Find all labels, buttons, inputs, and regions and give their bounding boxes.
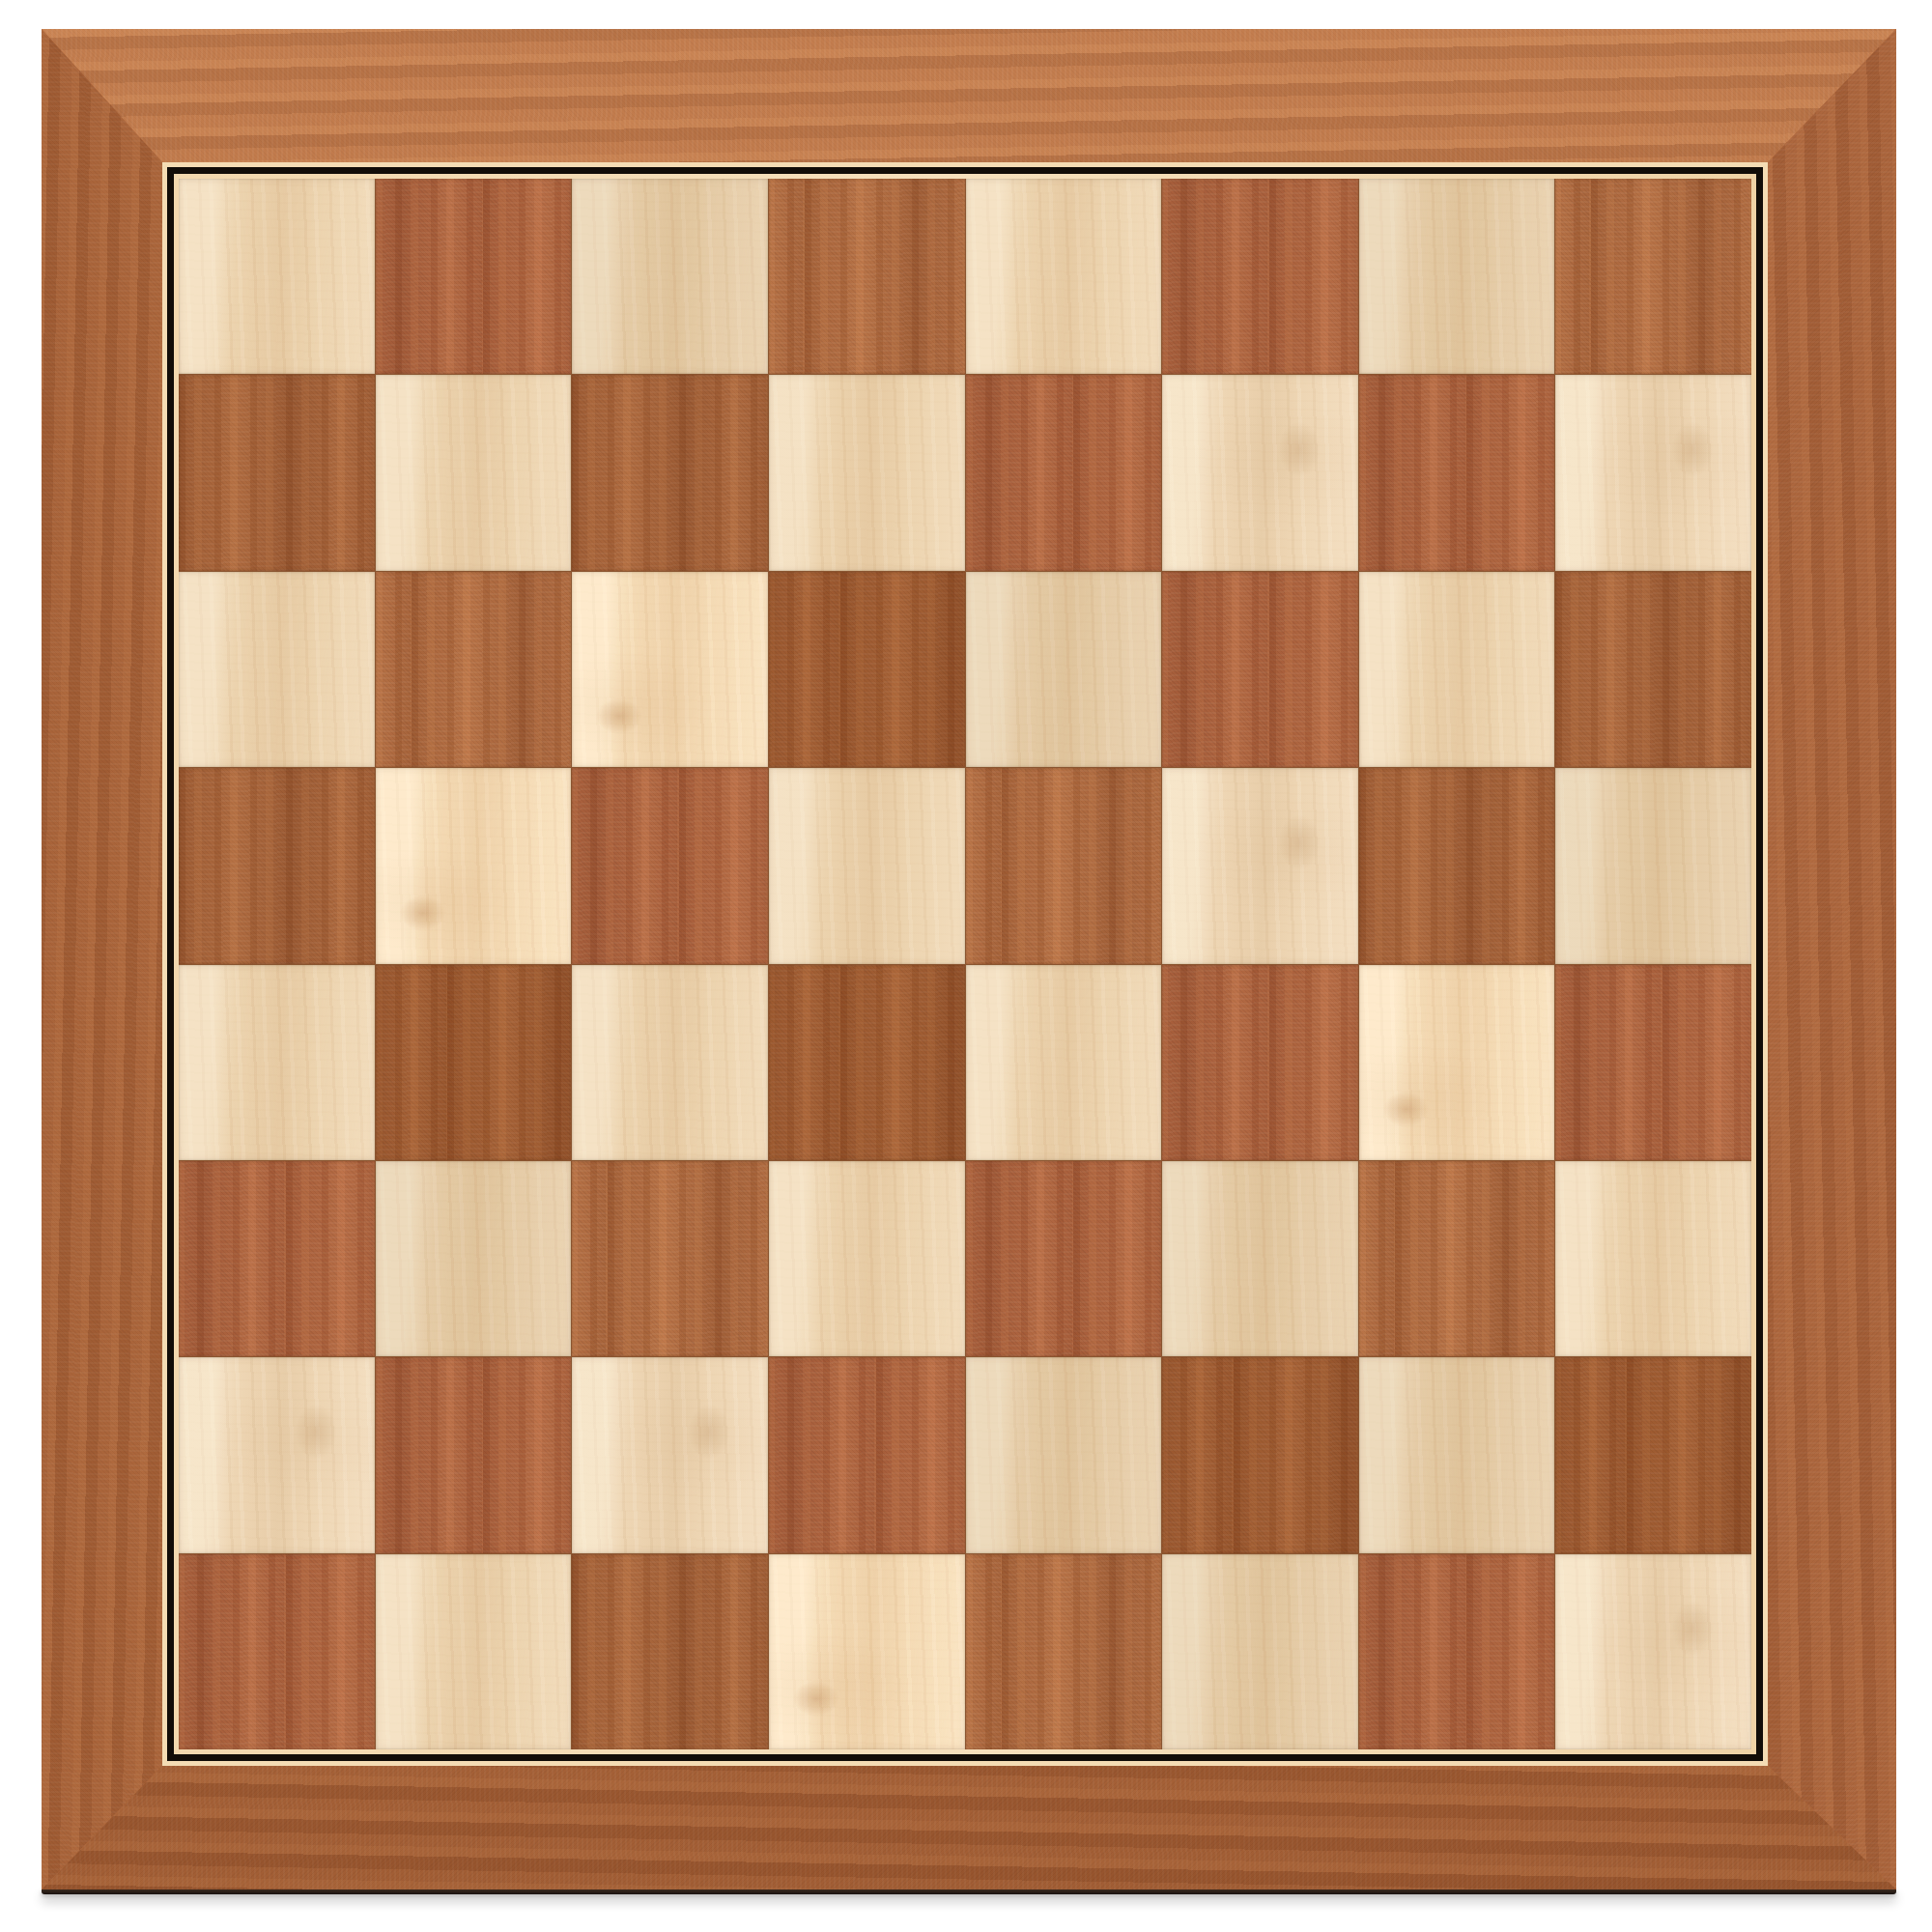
square-f1 [1162,1554,1358,1749]
square-e8 [966,179,1162,374]
square-b5 [376,768,572,963]
square-a1 [179,1554,375,1749]
square-b8 [376,179,572,374]
square-h5 [1555,768,1751,963]
square-h8 [1555,179,1751,374]
square-e3 [966,1161,1162,1356]
square-h6 [1555,572,1751,767]
square-d5 [769,768,965,963]
square-h7 [1555,375,1751,570]
square-g5 [1359,768,1555,963]
square-f6 [1162,572,1358,767]
square-b2 [376,1357,572,1552]
square-h4 [1555,965,1751,1160]
square-f7 [1162,375,1358,570]
square-d7 [769,375,965,570]
square-g6 [1359,572,1555,767]
square-a7 [179,375,375,570]
square-a2 [179,1357,375,1552]
square-a8 [179,179,375,374]
square-g8 [1359,179,1555,374]
square-e2 [966,1357,1162,1552]
square-e5 [966,768,1162,963]
square-d1 [769,1554,965,1749]
square-a4 [179,965,375,1160]
square-b7 [376,375,572,570]
square-b1 [376,1554,572,1749]
product-photo-stage [0,0,1932,1932]
square-e7 [966,375,1162,570]
square-f5 [1162,768,1358,963]
square-d4 [769,965,965,1160]
square-d2 [769,1357,965,1552]
square-d8 [769,179,965,374]
square-c3 [572,1161,768,1356]
square-e6 [966,572,1162,767]
square-a6 [179,572,375,767]
inlay-fillet-outer [162,162,1768,1766]
square-c6 [572,572,768,767]
board-side-edge [42,1889,1896,1894]
square-g1 [1359,1554,1555,1749]
square-a3 [179,1161,375,1356]
square-h3 [1555,1161,1751,1356]
playing-field [179,179,1751,1749]
chess-board [42,29,1896,1889]
square-b4 [376,965,572,1160]
square-c1 [572,1554,768,1749]
square-b6 [376,572,572,767]
square-a5 [179,768,375,963]
square-h2 [1555,1357,1751,1552]
square-c5 [572,768,768,963]
square-g2 [1359,1357,1555,1552]
square-c7 [572,375,768,570]
square-h1 [1555,1554,1751,1749]
square-e4 [966,965,1162,1160]
square-c8 [572,179,768,374]
inlay-black-line [167,167,1763,1761]
inlay-fillet-inner [174,174,1756,1754]
square-f4 [1162,965,1358,1160]
square-g3 [1359,1161,1555,1356]
square-f8 [1162,179,1358,374]
square-c4 [572,965,768,1160]
square-c2 [572,1357,768,1552]
square-b3 [376,1161,572,1356]
square-d6 [769,572,965,767]
square-g4 [1359,965,1555,1160]
square-f2 [1162,1357,1358,1552]
square-g7 [1359,375,1555,570]
square-d3 [769,1161,965,1356]
square-e1 [966,1554,1162,1749]
square-f3 [1162,1161,1358,1356]
